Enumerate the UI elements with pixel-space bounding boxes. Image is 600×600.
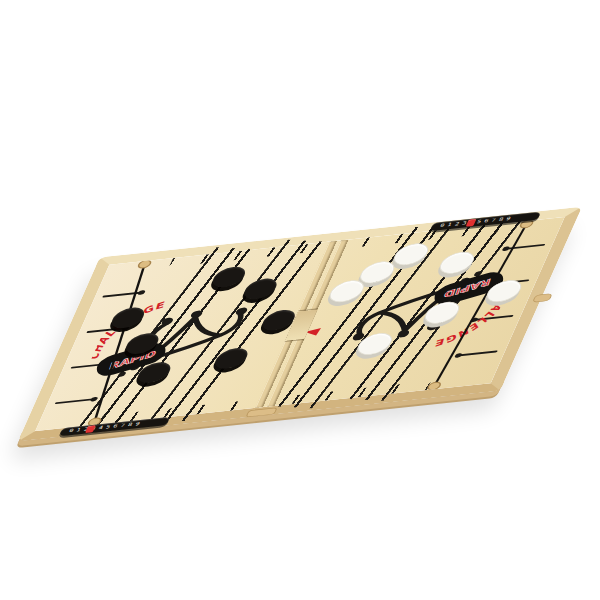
product-photo-stage: RAPID CHALLENGE — [0, 0, 600, 600]
anchor-peg — [137, 260, 152, 269]
playfield: RAPID CHALLENGE — [35, 217, 564, 431]
sling-puck-board-scene: RAPID CHALLENGE — [18, 207, 582, 442]
hinge-pin — [246, 407, 278, 417]
anchor-peg — [427, 382, 442, 391]
end-dowel — [532, 293, 553, 302]
sling-puck-board: RAPID CHALLENGE — [18, 207, 582, 442]
